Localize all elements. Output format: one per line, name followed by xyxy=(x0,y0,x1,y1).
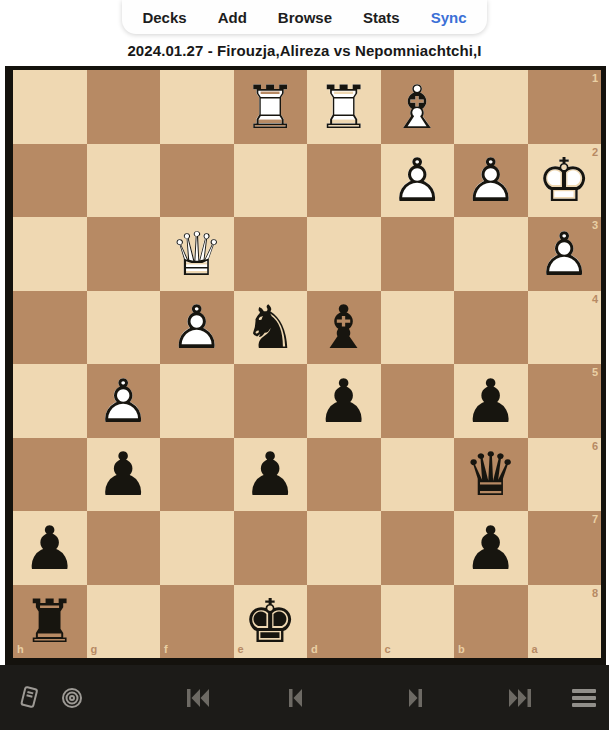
square-a5[interactable]: 5 xyxy=(528,364,602,438)
square-f2[interactable] xyxy=(160,144,234,218)
target-icon xyxy=(60,686,84,710)
black-king: ♚ xyxy=(234,585,308,659)
previous-move-button[interactable] xyxy=(288,688,303,708)
square-d6[interactable] xyxy=(307,438,381,512)
square-b1[interactable] xyxy=(454,70,528,144)
square-d1[interactable]: ♜♖ xyxy=(307,70,381,144)
skip-to-start-icon xyxy=(186,688,210,708)
white-rook: ♜♖ xyxy=(307,70,381,144)
board-frame: ♜♖♜♖♝♗1♟♙♟♙2♚♔♛♕3♟♙♟♙♞♝4♟♙♟♟5♟♟♛6♟♟7h♜gf… xyxy=(5,66,606,665)
white-pawn: ♟♙ xyxy=(87,364,161,438)
square-h1[interactable] xyxy=(13,70,87,144)
square-h4[interactable] xyxy=(13,291,87,365)
square-h6[interactable] xyxy=(13,438,87,512)
square-a8[interactable]: 8a xyxy=(528,585,602,659)
square-f6[interactable] xyxy=(160,438,234,512)
black-rook: ♜ xyxy=(13,585,87,659)
square-b6[interactable]: ♛ xyxy=(454,438,528,512)
square-c4[interactable] xyxy=(381,291,455,365)
rank-label-5: 5 xyxy=(592,367,598,378)
square-e4[interactable]: ♞ xyxy=(234,291,308,365)
square-a7[interactable]: 7 xyxy=(528,511,602,585)
square-g3[interactable] xyxy=(87,217,161,291)
book-button[interactable] xyxy=(16,685,42,711)
square-e6[interactable]: ♟ xyxy=(234,438,308,512)
square-b8[interactable]: b xyxy=(454,585,528,659)
bottom-toolbar xyxy=(0,665,609,730)
square-d4[interactable]: ♝ xyxy=(307,291,381,365)
square-c7[interactable] xyxy=(381,511,455,585)
black-queen: ♛ xyxy=(454,438,528,512)
square-g1[interactable] xyxy=(87,70,161,144)
square-e3[interactable] xyxy=(234,217,308,291)
square-c2[interactable]: ♟♙ xyxy=(381,144,455,218)
file-label-b: b xyxy=(458,644,465,655)
next-move-button[interactable] xyxy=(408,688,423,708)
square-a2[interactable]: 2♚♔ xyxy=(528,144,602,218)
next-move-icon xyxy=(408,688,423,708)
file-label-f: f xyxy=(164,644,168,655)
square-f8[interactable]: f xyxy=(160,585,234,659)
rank-label-4: 4 xyxy=(592,294,598,305)
black-bishop: ♝ xyxy=(307,291,381,365)
hamburger-icon xyxy=(572,686,596,710)
square-f4[interactable]: ♟♙ xyxy=(160,291,234,365)
square-b4[interactable] xyxy=(454,291,528,365)
rank-label-6: 6 xyxy=(592,441,598,452)
square-e8[interactable]: e♚ xyxy=(234,585,308,659)
square-c6[interactable] xyxy=(381,438,455,512)
chess-board: ♜♖♜♖♝♗1♟♙♟♙2♚♔♛♕3♟♙♟♙♞♝4♟♙♟♟5♟♟♛6♟♟7h♜gf… xyxy=(13,70,601,658)
target-button[interactable] xyxy=(60,686,84,710)
tab-decks[interactable]: Decks xyxy=(142,9,186,26)
square-d3[interactable] xyxy=(307,217,381,291)
black-pawn: ♟ xyxy=(307,364,381,438)
square-d8[interactable]: d xyxy=(307,585,381,659)
tab-add[interactable]: Add xyxy=(218,9,247,26)
square-a6[interactable]: 6 xyxy=(528,438,602,512)
black-knight: ♞ xyxy=(234,291,308,365)
square-g6[interactable]: ♟ xyxy=(87,438,161,512)
black-pawn: ♟ xyxy=(87,438,161,512)
tab-stats[interactable]: Stats xyxy=(363,9,400,26)
white-pawn: ♟♙ xyxy=(454,144,528,218)
file-label-g: g xyxy=(91,644,98,655)
square-h3[interactable] xyxy=(13,217,87,291)
white-bishop: ♝♗ xyxy=(381,70,455,144)
black-pawn: ♟ xyxy=(13,511,87,585)
square-g7[interactable] xyxy=(87,511,161,585)
tabbar: Decks Add Browse Stats Sync xyxy=(122,0,486,34)
bottom-strip xyxy=(0,730,609,736)
square-e5[interactable] xyxy=(234,364,308,438)
square-b7[interactable]: ♟ xyxy=(454,511,528,585)
white-pawn: ♟♙ xyxy=(160,291,234,365)
square-g8[interactable]: g xyxy=(87,585,161,659)
square-d5[interactable]: ♟ xyxy=(307,364,381,438)
rank-label-8: 8 xyxy=(592,588,598,599)
square-h7[interactable]: ♟ xyxy=(13,511,87,585)
file-label-a: a xyxy=(532,644,538,655)
square-e1[interactable]: ♜♖ xyxy=(234,70,308,144)
square-g5[interactable]: ♟♙ xyxy=(87,364,161,438)
skip-to-end-icon xyxy=(508,688,532,708)
square-d7[interactable] xyxy=(307,511,381,585)
tab-browse[interactable]: Browse xyxy=(278,9,332,26)
tab-sync[interactable]: Sync xyxy=(431,9,467,26)
square-a1[interactable]: 1 xyxy=(528,70,602,144)
skip-to-start-button[interactable] xyxy=(186,688,210,708)
menu-button[interactable] xyxy=(572,686,596,710)
square-b5[interactable]: ♟ xyxy=(454,364,528,438)
rank-label-1: 1 xyxy=(592,73,598,84)
black-pawn: ♟ xyxy=(454,364,528,438)
square-c3[interactable] xyxy=(381,217,455,291)
square-a3[interactable]: 3♟♙ xyxy=(528,217,602,291)
previous-move-icon xyxy=(288,688,303,708)
square-b3[interactable] xyxy=(454,217,528,291)
square-g2[interactable] xyxy=(87,144,161,218)
white-king: ♚♔ xyxy=(528,144,602,218)
black-pawn: ♟ xyxy=(234,438,308,512)
square-f7[interactable] xyxy=(160,511,234,585)
skip-to-end-button[interactable] xyxy=(508,688,532,708)
square-g4[interactable] xyxy=(87,291,161,365)
square-c5[interactable] xyxy=(381,364,455,438)
book-icon xyxy=(16,685,42,711)
white-rook: ♜♖ xyxy=(234,70,308,144)
white-queen: ♛♕ xyxy=(160,217,234,291)
square-h8[interactable]: h♜ xyxy=(13,585,87,659)
game-title: 2024.01.27 - Firouzja,Alireza vs Nepomni… xyxy=(0,34,609,66)
square-h2[interactable] xyxy=(13,144,87,218)
white-pawn: ♟♙ xyxy=(528,217,602,291)
square-c1[interactable]: ♝♗ xyxy=(381,70,455,144)
square-b2[interactable]: ♟♙ xyxy=(454,144,528,218)
file-label-d: d xyxy=(311,644,318,655)
square-f1[interactable] xyxy=(160,70,234,144)
square-f3[interactable]: ♛♕ xyxy=(160,217,234,291)
file-label-c: c xyxy=(385,644,391,655)
rank-label-7: 7 xyxy=(592,514,598,525)
white-pawn: ♟♙ xyxy=(381,144,455,218)
square-c8[interactable]: c xyxy=(381,585,455,659)
square-e2[interactable] xyxy=(234,144,308,218)
square-f5[interactable] xyxy=(160,364,234,438)
square-h5[interactable] xyxy=(13,364,87,438)
square-d2[interactable] xyxy=(307,144,381,218)
tabbar-wrap: Decks Add Browse Stats Sync xyxy=(0,0,609,34)
black-pawn: ♟ xyxy=(454,511,528,585)
square-e7[interactable] xyxy=(234,511,308,585)
square-a4[interactable]: 4 xyxy=(528,291,602,365)
